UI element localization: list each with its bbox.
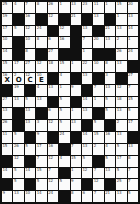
block-r4c9 [105, 49, 115, 60]
code-number: 13 [14, 97, 19, 102]
block-r1c5 [59, 14, 69, 25]
cell-r13c10[interactable]: 17 [116, 156, 126, 167]
cell-r9c9[interactable]: 5 [105, 108, 115, 119]
code-number: 15 [3, 144, 8, 149]
code-number: 15 [37, 168, 42, 173]
cell-r13c7[interactable]: 5 [82, 156, 92, 167]
code-number: 25 [3, 2, 8, 7]
cell-r16c8[interactable]: 7 [93, 191, 103, 202]
cell-r8c10[interactable]: 18 [116, 97, 126, 108]
given-letter-cell-r6c0[interactable]: 16Х [2, 73, 12, 84]
cell-r5c2[interactable]: 27 [25, 61, 35, 72]
code-number: 13 [105, 168, 110, 173]
cell-r13c6[interactable]: 15 [71, 156, 81, 167]
code-number: 4 [60, 73, 62, 78]
code-number: 7 [128, 179, 130, 184]
cell-r10c3[interactable]: 3 [36, 120, 46, 131]
cell-r10c8[interactable]: 5 [93, 120, 103, 131]
block-r15c2 [25, 179, 35, 190]
cell-r1c11[interactable]: 13 [128, 14, 138, 25]
code-number: 1 [105, 2, 107, 7]
cell-r0c2[interactable]: 7 [25, 2, 35, 13]
code-number: 15 [94, 132, 99, 137]
cell-r3c3[interactable]: 8 [36, 37, 46, 48]
block-r8c4 [48, 97, 58, 108]
code-number: 5 [117, 168, 119, 173]
cell-r14c0[interactable]: 14 [2, 168, 12, 179]
cell-r13c5[interactable]: 4 [59, 156, 69, 167]
code-number: 13 [105, 37, 110, 42]
cell-r13c3[interactable]: 7 [36, 156, 46, 167]
cell-r5c3[interactable]: 12 [36, 61, 46, 72]
cell-r9c2[interactable]: 13 [25, 108, 35, 119]
cell-r0c0[interactable]: 25 [2, 2, 12, 13]
code-number: 2 [94, 144, 96, 149]
cell-r15c10[interactable]: 25 [116, 179, 126, 190]
cell-r7c5[interactable]: 1 [59, 85, 69, 96]
cell-r11c1[interactable]: 5 [13, 132, 23, 143]
block-r7c2 [25, 85, 35, 96]
cell-r15c6[interactable]: 9 [71, 179, 81, 190]
cell-r1c0[interactable]: 19 [2, 14, 12, 25]
code-number: 5 [128, 191, 130, 196]
code-number: 5 [14, 168, 16, 173]
block-r4c1 [13, 49, 23, 60]
cell-r3c8[interactable]: 20 [93, 37, 103, 48]
cell-r7c8[interactable]: 7 [93, 85, 103, 96]
cell-r2c0[interactable]: 17 [2, 26, 12, 37]
code-number: 15 [128, 97, 133, 102]
code-number: 10 [94, 61, 99, 66]
code-number: 27 [128, 73, 133, 78]
code-number: 5 [128, 108, 130, 113]
cell-r7c6[interactable]: 9 [71, 85, 81, 96]
cell-r5c4[interactable]: 18 [48, 61, 58, 72]
code-number: 5 [117, 144, 119, 149]
code-number: 26 [3, 120, 8, 125]
cell-r14c9[interactable]: 13 [105, 168, 115, 179]
code-number: 13 [14, 191, 19, 196]
code-number: 13 [82, 26, 87, 31]
code-number: 20 [94, 37, 99, 42]
given-letter: Е [36, 76, 46, 84]
block-r11c2 [25, 132, 35, 143]
cell-r2c11[interactable]: 14 [128, 26, 138, 37]
cell-r16c2[interactable]: 10 [25, 191, 35, 202]
cell-r7c9[interactable]: 13 [105, 85, 115, 96]
cell-r5c7[interactable]: 22 [82, 61, 92, 72]
code-number: 26 [14, 144, 19, 149]
code-number: 13 [117, 132, 122, 137]
cell-r4c11[interactable]: 24 [128, 49, 138, 60]
cell-r9c4[interactable]: 6 [48, 108, 58, 119]
code-number: 27 [48, 49, 53, 54]
cell-r0c10[interactable]: 15 [116, 2, 126, 13]
code-number: 8 [105, 61, 107, 66]
cell-r15c3[interactable]: 5 [36, 179, 46, 190]
cell-r8c1[interactable]: 13 [13, 97, 23, 108]
cell-r12c2[interactable]: 5 [25, 144, 35, 155]
block-r6c4 [48, 73, 58, 84]
cell-r12c7[interactable]: 13 [82, 144, 92, 155]
code-number: 13 [71, 120, 76, 125]
code-number: 4 [14, 2, 16, 7]
cell-r2c2[interactable]: 12 [25, 26, 35, 37]
code-number: 5 [105, 97, 107, 102]
cell-r1c4[interactable]: 12 [48, 14, 58, 25]
cell-r5c8[interactable]: 10 [93, 61, 103, 72]
block-r7c0 [2, 85, 12, 96]
cell-r14c4[interactable]: 7 [48, 168, 58, 179]
code-number: 17 [117, 156, 122, 161]
cell-r10c11[interactable]: 17 [128, 120, 138, 131]
code-number: 7 [94, 85, 96, 90]
code-number: 10 [3, 37, 8, 42]
code-number: 4 [60, 156, 62, 161]
cell-r16c1[interactable]: 13 [13, 191, 23, 202]
cell-r4c7[interactable]: 1 [82, 49, 92, 60]
cell-r16c3[interactable]: 14 [36, 191, 46, 202]
cell-r16c9[interactable]: 21 [105, 191, 115, 202]
cell-r14c8[interactable]: 7 [93, 168, 103, 179]
block-r1c1 [13, 14, 23, 25]
cell-r0c1[interactable]: 4 [13, 2, 23, 13]
code-number: 7 [94, 191, 96, 196]
cell-r2c10[interactable]: 13 [116, 26, 126, 37]
block-r1c7 [82, 14, 92, 25]
cell-r8c8[interactable]: 1 [93, 97, 103, 108]
code-number: 21 [105, 26, 110, 31]
code-number: 12 [60, 26, 65, 31]
cell-r10c6[interactable]: 13 [71, 120, 81, 131]
code-number: 9 [37, 132, 39, 137]
cell-r0c5[interactable]: 1 [59, 2, 69, 13]
cell-r16c0[interactable]: 9 [2, 191, 12, 202]
code-number: 10 [25, 191, 30, 196]
code-number: 7 [71, 144, 73, 149]
cell-r12c11[interactable]: 13 [128, 144, 138, 155]
code-number: 1 [60, 85, 62, 90]
cell-r7c3[interactable]: 4 [36, 85, 46, 96]
code-number: 3 [37, 120, 39, 125]
code-number: 13 [117, 191, 122, 196]
cell-r1c8[interactable]: 13 [93, 14, 103, 25]
cell-r5c6[interactable]: 1 [71, 61, 81, 72]
cell-r0c9[interactable]: 1 [105, 2, 115, 13]
cell-r16c10[interactable]: 13 [116, 191, 126, 202]
cell-r10c5[interactable]: 5 [59, 120, 69, 131]
code-number: 12 [117, 85, 122, 90]
cell-r8c2[interactable]: 5 [25, 97, 35, 108]
code-number: 3 [105, 73, 107, 78]
cell-r12c8[interactable]: 2 [93, 144, 103, 155]
code-number: 2 [117, 37, 119, 42]
block-r6c8 [93, 73, 103, 84]
block-r3c1 [13, 37, 23, 48]
cell-r13c4[interactable]: 12 [48, 156, 58, 167]
cell-r2c7[interactable]: 13 [82, 26, 92, 37]
block-r2c4 [48, 26, 58, 37]
cell-r7c11[interactable]: 7 [128, 85, 138, 96]
cell-r16c4[interactable]: 24 [48, 191, 58, 202]
given-letter: С [25, 76, 35, 84]
code-number: 13 [117, 61, 122, 66]
cell-r15c1[interactable]: 5 [13, 179, 23, 190]
code-number: 26 [48, 2, 53, 7]
cell-r6c11[interactable]: 27 [128, 73, 138, 84]
cell-r10c0[interactable]: 26 [2, 120, 12, 131]
code-number: 23 [82, 2, 87, 7]
block-r1c3 [36, 14, 46, 25]
cell-r12c4[interactable]: 16 [48, 144, 58, 155]
block-r16c5 [59, 191, 69, 202]
cell-r14c1[interactable]: 5 [13, 168, 23, 179]
code-number: 14 [37, 191, 42, 196]
cell-r9c11[interactable]: 5 [128, 108, 138, 119]
cell-r15c5[interactable]: 5 [59, 179, 69, 190]
code-number: 4 [37, 85, 39, 90]
code-number: 8 [71, 191, 73, 196]
cell-r13c1[interactable]: 12 [13, 156, 23, 167]
code-number: 13 [105, 85, 110, 90]
cell-r3c9[interactable]: 13 [105, 37, 115, 48]
code-number: 8 [128, 156, 130, 161]
code-number: 19 [3, 14, 8, 19]
block-r10c1 [13, 120, 23, 131]
cell-r0c6[interactable]: 13 [71, 2, 81, 13]
code-number: 24 [37, 26, 42, 31]
cell-r5c0[interactable]: 15 [2, 61, 12, 72]
code-number: 7 [82, 37, 84, 42]
code-number: 9 [3, 191, 5, 196]
code-number: 17 [14, 61, 19, 66]
code-number: 13 [128, 144, 133, 149]
code-number: 8 [37, 2, 39, 7]
cell-r10c4[interactable]: 12 [48, 120, 58, 131]
block-r13c8 [93, 156, 103, 167]
cell-r2c1[interactable]: 5 [13, 26, 23, 37]
code-number: 13 [94, 14, 99, 19]
code-number: 14 [128, 26, 133, 31]
cell-r13c9[interactable]: 5 [105, 156, 115, 167]
code-number: 18 [48, 61, 53, 66]
cell-r0c4[interactable]: 26 [48, 2, 58, 13]
cell-r8c11[interactable]: 15 [128, 97, 138, 108]
cell-r11c5[interactable]: 24 [59, 132, 69, 143]
cell-r11c0[interactable]: 11 [2, 132, 12, 143]
cell-r9c6[interactable]: 1 [71, 108, 81, 119]
code-number: 13 [117, 108, 122, 113]
cell-r15c4[interactable]: 12 [48, 179, 58, 190]
cell-r9c10[interactable]: 13 [116, 108, 126, 119]
cell-r9c5[interactable]: 5 [59, 108, 69, 119]
cell-r6c7[interactable]: 13 [82, 73, 92, 84]
code-number: 5 [60, 108, 62, 113]
cell-r14c3[interactable]: 15 [36, 168, 46, 179]
cell-r10c2[interactable]: 13 [25, 120, 35, 131]
code-number: 22 [82, 61, 87, 66]
cell-r4c0[interactable]: 14 [2, 49, 12, 60]
code-number: 18 [117, 97, 122, 102]
code-number: 15 [71, 156, 76, 161]
cell-r14c6[interactable]: 1 [71, 168, 81, 179]
cell-r5c9[interactable]: 8 [105, 61, 115, 72]
cell-r3c7[interactable]: 7 [82, 37, 92, 48]
cell-r6c9[interactable]: 3 [105, 73, 115, 84]
code-number: 6 [48, 37, 50, 42]
code-number: 14 [3, 49, 8, 54]
cell-r8c0[interactable]: 27 [2, 97, 12, 108]
cell-r8c3[interactable]: 13 [36, 97, 46, 108]
cell-r1c6[interactable]: 21 [71, 14, 81, 25]
cell-r3c2[interactable]: 10 [25, 37, 35, 48]
code-number: 15 [3, 61, 8, 66]
block-r9c1 [13, 108, 23, 119]
code-number: 1 [71, 168, 73, 173]
code-number: 13 [128, 14, 133, 19]
cell-r15c8[interactable]: 12 [93, 179, 103, 190]
cell-r5c1[interactable]: 17 [13, 61, 23, 72]
cell-r12c0[interactable]: 15 [2, 144, 12, 155]
block-r10c9 [105, 120, 115, 131]
cell-r10c10[interactable]: 2 [116, 120, 126, 131]
code-number: 9 [71, 85, 73, 90]
cell-r14c2[interactable]: 14 [25, 168, 35, 179]
block-r9c3 [36, 108, 46, 119]
cell-r11c10[interactable]: 13 [116, 132, 126, 143]
cell-r16c11[interactable]: 5 [128, 191, 138, 202]
code-number: 7 [128, 168, 130, 173]
cell-r15c11[interactable]: 7 [128, 179, 138, 190]
cell-r3c4[interactable]: 6 [48, 37, 58, 48]
cell-r2c9[interactable]: 21 [105, 26, 115, 37]
given-letter-cell-r6c1[interactable]: 2О [13, 73, 23, 84]
code-number: 1 [71, 61, 73, 66]
cell-r4c4[interactable]: 27 [48, 49, 58, 60]
code-number: 9 [71, 179, 73, 184]
block-r4c3 [36, 49, 46, 60]
cell-r5c10[interactable]: 13 [116, 61, 126, 72]
code-number: 24 [60, 132, 65, 137]
cell-r7c10[interactable]: 12 [116, 85, 126, 96]
code-number: 5 [60, 97, 62, 102]
code-number: 12 [48, 120, 53, 125]
cell-r1c2[interactable]: 16 [25, 14, 35, 25]
cell-r6c5[interactable]: 4 [59, 73, 69, 84]
code-number: 16 [60, 37, 65, 42]
cell-r14c10[interactable]: 5 [116, 168, 126, 179]
code-number: 20 [128, 2, 133, 7]
cell-r9c7[interactable]: 13 [82, 108, 92, 119]
cell-r12c6[interactable]: 7 [71, 144, 81, 155]
code-number: 13 [82, 144, 87, 149]
cell-r1c10[interactable]: 1 [116, 14, 126, 25]
code-number: 13 [71, 2, 76, 7]
code-number: 27 [3, 97, 8, 102]
code-number: 16 [25, 14, 30, 19]
cell-r16c6[interactable]: 8 [71, 191, 81, 202]
code-number: 5 [37, 179, 39, 184]
block-r7c7 [82, 85, 92, 96]
code-number: 5 [105, 108, 107, 113]
code-number: 14 [82, 97, 87, 102]
code-number: 1 [82, 49, 84, 54]
cell-r11c7[interactable]: 14 [82, 132, 92, 143]
code-number: 13 [48, 85, 53, 90]
cell-r8c7[interactable]: 14 [82, 97, 92, 108]
cell-r3c11[interactable]: 1 [128, 37, 138, 48]
cell-r0c7[interactable]: 23 [82, 2, 92, 13]
code-number: 6 [48, 108, 50, 113]
block-r11c6 [71, 132, 81, 143]
code-number: 13 [82, 73, 87, 78]
cell-r11c8[interactable]: 15 [93, 132, 103, 143]
cell-r12c3[interactable]: 17 [36, 144, 46, 155]
code-number: 17 [37, 144, 42, 149]
block-r6c6 [71, 73, 81, 84]
code-number: 19 [14, 85, 19, 90]
cell-r12c1[interactable]: 26 [13, 144, 23, 155]
cell-r3c5[interactable]: 16 [59, 37, 69, 48]
cell-r7c1[interactable]: 19 [13, 85, 23, 96]
cell-r14c11[interactable]: 7 [128, 168, 138, 179]
block-r6c10 [116, 73, 126, 84]
code-number: 21 [71, 14, 76, 19]
cell-r16c7[interactable]: 6 [82, 191, 92, 202]
code-number: 5 [60, 179, 62, 184]
cell-r9c0[interactable]: 13 [2, 108, 12, 119]
code-number: 13 [37, 97, 42, 102]
cell-r13c11[interactable]: 8 [128, 156, 138, 167]
code-number: 12 [48, 179, 53, 184]
cell-r4c2[interactable]: 8 [25, 49, 35, 60]
cell-r0c8[interactable]: 11 [93, 2, 103, 13]
block-r8c6 [71, 97, 81, 108]
block-r12c5 [59, 144, 69, 155]
cell-r2c3[interactable]: 24 [36, 26, 46, 37]
cell-r3c0[interactable]: 10 [2, 37, 12, 48]
block-r5c11 [128, 61, 138, 72]
code-number: 5 [25, 144, 27, 149]
cell-r12c9[interactable]: 4 [105, 144, 115, 155]
codeword-grid: 2547826113231111520191612211311317512241… [0, 0, 140, 204]
code-number: 12 [94, 179, 99, 184]
block-r13c2 [25, 156, 35, 167]
code-number: 17 [3, 26, 8, 31]
cell-r0c3[interactable]: 8 [36, 2, 46, 13]
code-number: 15 [60, 61, 65, 66]
code-number: 12 [82, 168, 87, 173]
cell-r11c9[interactable]: 16 [105, 132, 115, 143]
code-number: 15 [117, 2, 122, 7]
cell-r8c9[interactable]: 5 [105, 97, 115, 108]
cell-r12c10[interactable]: 5 [116, 144, 126, 155]
cell-r3c10[interactable]: 2 [116, 37, 126, 48]
given-letter-cell-r6c2[interactable]: 12С [25, 73, 35, 84]
cell-r5c5[interactable]: 15 [59, 61, 69, 72]
code-number: 1 [94, 97, 96, 102]
cell-r14c7[interactable]: 12 [82, 168, 92, 179]
given-letter-cell-r6c3[interactable]: 10Е [36, 73, 46, 84]
cell-r8c5[interactable]: 5 [59, 97, 69, 108]
cell-r0c11[interactable]: 20 [128, 2, 138, 13]
cell-r11c3[interactable]: 9 [36, 132, 46, 143]
cell-r4c10[interactable]: 26 [116, 49, 126, 60]
cell-r2c5[interactable]: 12 [59, 26, 69, 37]
cell-r7c4[interactable]: 13 [48, 85, 58, 96]
block-r15c0 [2, 179, 12, 190]
code-number: 14 [25, 168, 30, 173]
